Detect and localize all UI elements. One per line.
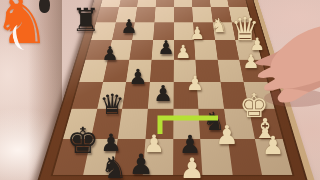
- piece-black-p-e6[interactable]: ♟: [153, 83, 173, 105]
- square-b4[interactable]: [174, 7, 193, 23]
- square-a7[interactable]: [119, 0, 139, 7]
- piece-white-p-b4[interactable]: ♟: [189, 25, 204, 42]
- square-d6[interactable]: [130, 40, 154, 60]
- square-a1[interactable]: [226, 0, 247, 7]
- piece-black-n-g7[interactable]: ♞: [101, 153, 128, 180]
- piece-white-p-e5[interactable]: ♟: [186, 73, 204, 93]
- piece-black-p-b6[interactable]: ♟: [120, 17, 137, 36]
- piece-black-p-c5[interactable]: ♟: [157, 38, 174, 57]
- video-frame: ♜♟♟♟♟♟♛♚♟♞♟♟♞♞♟♛♟♟♟♟♟♚♝♟♟♟ ♞: [0, 0, 320, 180]
- piece-black-k-f8[interactable]: ♚: [67, 123, 99, 159]
- piece-white-p-g2[interactable]: ♟: [262, 133, 284, 158]
- square-a5[interactable]: [156, 0, 174, 7]
- square-a2[interactable]: [209, 0, 229, 7]
- square-b5[interactable]: [154, 7, 174, 23]
- piece-black-p-d6[interactable]: ♟: [129, 67, 148, 88]
- piece-white-p-f4[interactable]: ♟: [215, 122, 238, 148]
- piece-black-p-g6[interactable]: ♟: [128, 151, 153, 179]
- square-a6[interactable]: [137, 0, 156, 7]
- square-e5[interactable]: [150, 60, 174, 83]
- piece-white-n-c4[interactable]: ♞: [210, 16, 227, 35]
- square-b6[interactable]: [135, 7, 156, 23]
- square-a3[interactable]: [191, 0, 210, 7]
- piece-black-r-b8[interactable]: ♜: [72, 4, 101, 36]
- piece-white-p-d4[interactable]: ♟: [175, 43, 191, 61]
- piece-white-p-h4[interactable]: ♟: [179, 155, 204, 180]
- square-a4[interactable]: [174, 0, 192, 7]
- piece-white-p-d2[interactable]: ♟: [242, 52, 259, 71]
- piece-black-p-c7[interactable]: ♟: [101, 44, 118, 63]
- piece-black-q-e7[interactable]: ♛: [99, 91, 124, 119]
